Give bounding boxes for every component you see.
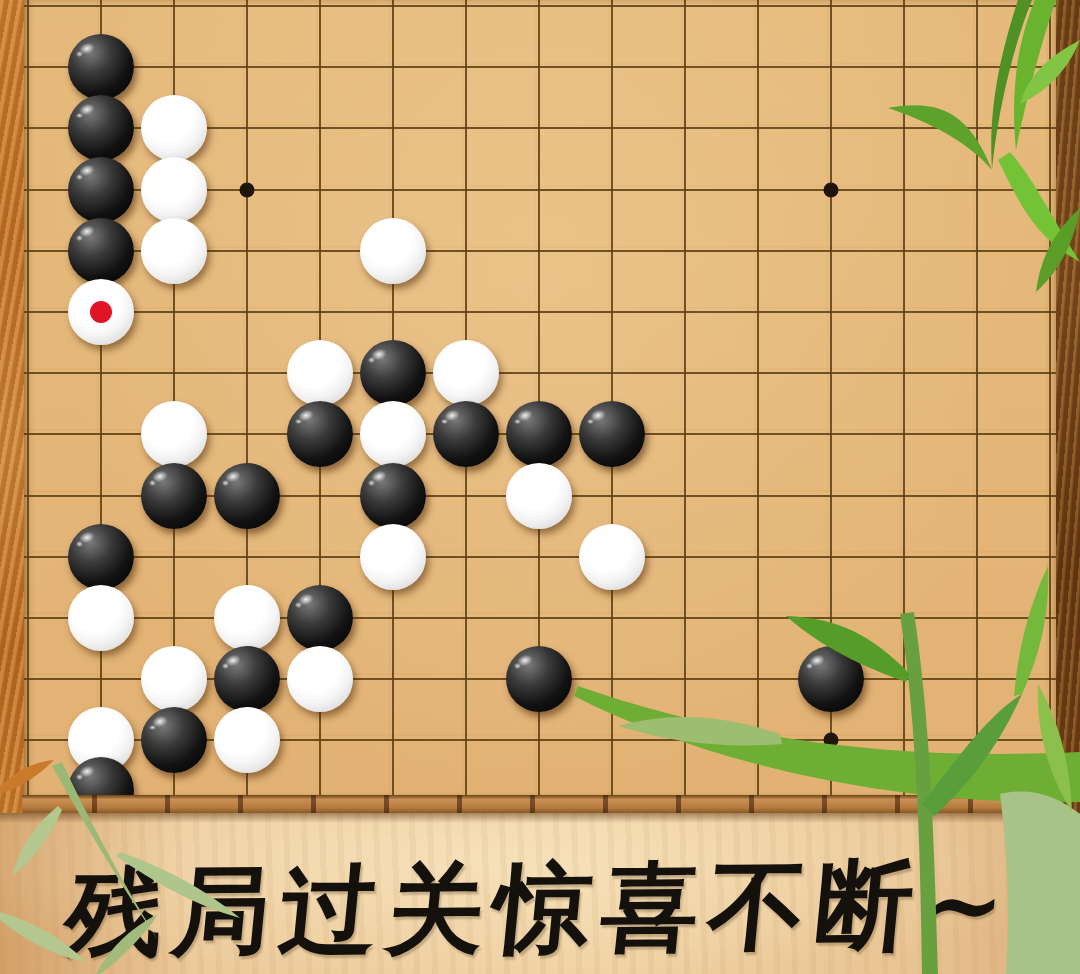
- white-stone[interactable]: [141, 401, 207, 467]
- white-stone[interactable]: [360, 401, 426, 467]
- star-point: [824, 182, 839, 197]
- black-stone[interactable]: [360, 463, 426, 529]
- white-stone[interactable]: [141, 646, 207, 712]
- white-stone[interactable]: [68, 279, 134, 345]
- black-stone[interactable]: [506, 646, 572, 712]
- black-stone[interactable]: [68, 34, 134, 100]
- black-stone[interactable]: [506, 401, 572, 467]
- black-stone[interactable]: [141, 463, 207, 529]
- go-puzzle-screen: 残局过关惊喜不断~: [0, 0, 1080, 974]
- black-stone[interactable]: [68, 218, 134, 284]
- white-stone[interactable]: [287, 646, 353, 712]
- black-stone[interactable]: [360, 340, 426, 406]
- white-stone[interactable]: [141, 157, 207, 223]
- black-stone[interactable]: [433, 401, 499, 467]
- leaf-left-background: [0, 742, 60, 802]
- last-move-red-dot-marker: [90, 301, 112, 323]
- black-stone[interactable]: [214, 463, 280, 529]
- white-stone[interactable]: [360, 218, 426, 284]
- black-stone[interactable]: [287, 401, 353, 467]
- grid-horizontal-line: [24, 372, 1058, 374]
- background-wood-left: [0, 0, 26, 815]
- white-stone[interactable]: [141, 95, 207, 161]
- black-stone[interactable]: [579, 401, 645, 467]
- black-stone[interactable]: [214, 646, 280, 712]
- white-stone[interactable]: [360, 524, 426, 590]
- white-stone[interactable]: [214, 585, 280, 651]
- black-stone[interactable]: [68, 157, 134, 223]
- bamboo-top-right: [850, 0, 1080, 360]
- white-stone[interactable]: [141, 218, 207, 284]
- white-stone[interactable]: [68, 585, 134, 651]
- star-point: [240, 182, 255, 197]
- black-stone[interactable]: [68, 95, 134, 161]
- white-stone[interactable]: [506, 463, 572, 529]
- white-stone[interactable]: [287, 340, 353, 406]
- black-stone[interactable]: [287, 585, 353, 651]
- black-stone[interactable]: [68, 524, 134, 590]
- bamboo-bottom-right: [570, 554, 1080, 974]
- white-stone[interactable]: [433, 340, 499, 406]
